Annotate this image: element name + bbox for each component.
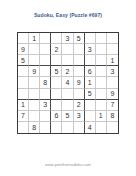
sudoku-cell [96, 77, 107, 88]
sudoku-cell [51, 122, 62, 133]
sudoku-cell [40, 66, 51, 77]
sudoku-cell: 1 [85, 77, 96, 88]
sudoku-given-number: 5 [88, 90, 92, 97]
sudoku-cell [62, 100, 73, 111]
sudoku-given-number: 1 [21, 101, 25, 108]
sudoku-given-number: 6 [88, 68, 92, 75]
page-title: Sudoku, Easy (Puzzle #697) [0, 12, 136, 18]
sudoku-given-number: 2 [66, 68, 70, 75]
sudoku-given-number: 9 [77, 79, 81, 86]
sudoku-cell [51, 100, 62, 111]
sudoku-cell: 2 [62, 66, 73, 77]
sudoku-cell [96, 66, 107, 77]
sudoku-given-number: 2 [54, 46, 58, 53]
sudoku-given-number: 1 [32, 35, 36, 42]
sudoku-cell: 5 [74, 33, 85, 44]
sudoku-cell: 3 [62, 33, 73, 44]
sudoku-cell [107, 44, 118, 55]
sudoku-cell: 5 [62, 111, 73, 122]
sudoku-cell [51, 77, 62, 88]
sudoku-cell: 8 [29, 122, 40, 133]
sudoku-cell [51, 55, 62, 66]
sudoku-cell [74, 89, 85, 100]
sudoku-cell [18, 122, 29, 133]
sudoku-cell: 4 [85, 122, 96, 133]
sudoku-cell [85, 111, 96, 122]
sudoku-cell [40, 33, 51, 44]
sudoku-cell [51, 33, 62, 44]
sudoku-cell [62, 122, 73, 133]
sudoku-given-number: 5 [77, 35, 81, 42]
sudoku-cell: 5 [51, 66, 62, 77]
sudoku-cell: 3 [74, 111, 85, 122]
sudoku-cell [18, 66, 29, 77]
sudoku-cell: 4 [62, 77, 73, 88]
sudoku-cell [40, 122, 51, 133]
sudoku-given-number: 3 [77, 112, 81, 119]
sudoku-cell [62, 55, 73, 66]
sudoku-given-number: 4 [66, 79, 70, 86]
sudoku-cell [96, 33, 107, 44]
sudoku-cell [96, 100, 107, 111]
sudoku-cell [74, 66, 85, 77]
sudoku-cell: 6 [51, 111, 62, 122]
sudoku-given-number: 8 [32, 124, 36, 131]
sudoku-cell [40, 111, 51, 122]
sudoku-cell [62, 44, 73, 55]
sudoku-cell: 5 [85, 89, 96, 100]
sudoku-cell [96, 122, 107, 133]
sudoku-cell: 8 [40, 77, 51, 88]
sudoku-cell: 9 [18, 44, 29, 55]
sudoku-printable-page: Sudoku, Easy (Puzzle #697) 1359235195263… [0, 0, 136, 176]
sudoku-cell [96, 89, 107, 100]
sudoku-cell: 9 [29, 66, 40, 77]
footer-url: www.printfreesudoku.com [0, 162, 136, 167]
sudoku-given-number: 3 [43, 101, 47, 108]
sudoku-cell: 6 [85, 66, 96, 77]
sudoku-cell [107, 77, 118, 88]
sudoku-cell: 2 [74, 100, 85, 111]
sudoku-cell [18, 89, 29, 100]
sudoku-cell [18, 77, 29, 88]
sudoku-cell [107, 122, 118, 133]
sudoku-cell [85, 100, 96, 111]
sudoku-given-number: 9 [110, 90, 114, 97]
sudoku-cell: 1 [107, 55, 118, 66]
sudoku-given-number: 3 [110, 68, 114, 75]
sudoku-given-number: 6 [54, 112, 58, 119]
sudoku-given-number: 4 [88, 124, 92, 131]
sudoku-given-number: 3 [66, 35, 70, 42]
sudoku-cell [62, 89, 73, 100]
sudoku-given-number: 3 [88, 46, 92, 53]
sudoku-given-number: 1 [99, 112, 103, 119]
sudoku-cell [40, 55, 51, 66]
sudoku-cell [51, 89, 62, 100]
sudoku-given-number: 5 [21, 57, 25, 64]
sudoku-given-number: 5 [66, 112, 70, 119]
sudoku-cell: 8 [107, 111, 118, 122]
sudoku-given-number: 2 [77, 101, 81, 108]
sudoku-cell [40, 44, 51, 55]
sudoku-cell [29, 55, 40, 66]
sudoku-cell: 3 [85, 44, 96, 55]
sudoku-cell [40, 89, 51, 100]
sudoku-cell [29, 44, 40, 55]
sudoku-given-number: 7 [110, 101, 114, 108]
sudoku-given-number: 7 [21, 112, 25, 119]
sudoku-cell: 1 [18, 100, 29, 111]
sudoku-cell [29, 89, 40, 100]
sudoku-cell [107, 33, 118, 44]
sudoku-cell: 1 [29, 33, 40, 44]
sudoku-cell: 9 [107, 89, 118, 100]
sudoku-cell [85, 55, 96, 66]
sudoku-cell [29, 100, 40, 111]
sudoku-cell: 7 [107, 100, 118, 111]
sudoku-board: 1359235195263849159132776531884 [17, 32, 119, 134]
sudoku-cell: 7 [18, 111, 29, 122]
sudoku-cell [74, 122, 85, 133]
sudoku-cell: 2 [51, 44, 62, 55]
sudoku-given-number: 9 [32, 68, 36, 75]
sudoku-cell [74, 44, 85, 55]
sudoku-cell [85, 33, 96, 44]
sudoku-given-number: 5 [54, 68, 58, 75]
sudoku-cell [96, 55, 107, 66]
sudoku-cell [29, 111, 40, 122]
sudoku-cell [29, 77, 40, 88]
sudoku-given-number: 1 [88, 79, 92, 86]
sudoku-cell: 9 [74, 77, 85, 88]
sudoku-cell: 1 [96, 111, 107, 122]
sudoku-given-number: 9 [21, 46, 25, 53]
sudoku-given-number: 1 [110, 57, 114, 64]
sudoku-cell [74, 55, 85, 66]
sudoku-cell [18, 33, 29, 44]
sudoku-given-number: 8 [110, 112, 114, 119]
sudoku-given-number: 8 [43, 79, 47, 86]
sudoku-cell [96, 44, 107, 55]
sudoku-cell: 3 [40, 100, 51, 111]
sudoku-cell: 3 [107, 66, 118, 77]
sudoku-cell: 5 [18, 55, 29, 66]
